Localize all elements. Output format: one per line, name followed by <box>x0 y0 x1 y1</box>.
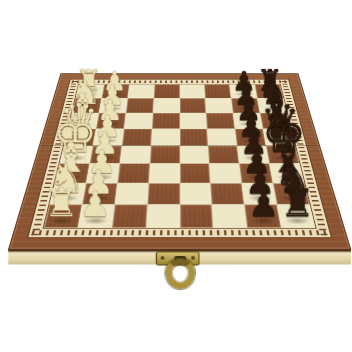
square <box>150 146 180 164</box>
square <box>128 85 155 99</box>
square <box>120 146 151 164</box>
square <box>153 98 180 113</box>
chess-piece-white-rook: ♜ <box>45 184 79 222</box>
square <box>208 146 239 164</box>
square: ♟ <box>245 205 282 228</box>
square <box>211 183 245 204</box>
mosaic-border-bottom <box>31 230 328 235</box>
chess-piece-black-pawn: ♟ <box>248 187 279 222</box>
square <box>180 164 211 184</box>
square <box>206 113 235 129</box>
square <box>205 98 233 113</box>
scene: ♜♟♟♜♞♟♟♞♝♟♟♝♛♟♟♛♚♟♟♚♝♟♟♝♞♟♟♞♜♟♟♜ <box>0 0 352 352</box>
square <box>180 183 213 204</box>
square <box>148 164 179 184</box>
square <box>179 113 207 129</box>
brass-clasp-icon <box>165 258 194 288</box>
square: ♜ <box>277 205 315 228</box>
chess-board: ♜♟♟♜♞♟♟♞♝♟♟♝♛♟♟♛♚♟♟♚♝♟♟♝♞♟♟♞♜♟♟♜ <box>8 73 351 249</box>
screw-icon <box>160 256 164 260</box>
square <box>153 85 179 99</box>
square <box>207 129 237 146</box>
square <box>146 205 180 228</box>
board-squares: ♜♟♟♜♞♟♟♞♝♟♟♝♛♟♟♛♚♟♟♚♝♟♟♝♞♟♟♞♜♟♟♜ <box>42 84 316 229</box>
chess-piece-white-pawn: ♟ <box>80 187 111 222</box>
square <box>180 205 214 228</box>
square: ♜ <box>44 205 82 228</box>
screw-icon <box>191 256 195 260</box>
square <box>212 205 247 228</box>
square <box>124 113 153 129</box>
square <box>179 98 206 113</box>
board-front-edge <box>8 249 351 265</box>
decorative-border: ♜♟♟♜♞♟♟♞♝♟♟♝♛♟♟♛♚♟♟♚♝♟♟♝♞♟♟♞♜♟♟♜ <box>27 79 332 238</box>
square <box>126 98 154 113</box>
square <box>210 164 242 184</box>
square <box>112 205 147 228</box>
square <box>122 129 152 146</box>
square <box>179 129 208 146</box>
square <box>205 85 232 99</box>
square <box>151 129 180 146</box>
square <box>152 113 180 129</box>
chess-piece-black-rook: ♜ <box>280 184 314 222</box>
square <box>180 146 210 164</box>
square <box>115 183 149 204</box>
square: ♟ <box>78 205 115 228</box>
square <box>117 164 149 184</box>
square <box>179 85 205 99</box>
square <box>147 183 180 204</box>
product-photo: ♜♟♟♜♞♟♟♞♝♟♟♝♛♟♟♛♚♟♟♚♝♟♟♝♞♟♟♞♜♟♟♜ <box>0 0 352 352</box>
